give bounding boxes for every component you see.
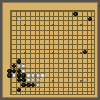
white-stone: ○ (26, 73, 30, 77)
black-stone: ● (21, 73, 25, 77)
white-stone: ○ (36, 78, 40, 82)
white-stone: ○ (21, 64, 25, 68)
black-stone: ● (17, 73, 21, 77)
white-stone: ○ (17, 17, 21, 21)
go-board[interactable]: ●●●●●●●●●●●●●●●●●○○○○○○○○○○○○○○ (0, 0, 100, 100)
white-stone: ○ (36, 83, 40, 87)
black-stone: ● (73, 12, 77, 16)
black-stone: ● (17, 69, 21, 73)
black-stone: ● (12, 64, 16, 68)
black-stone: ● (88, 17, 92, 21)
black-stone: ● (21, 78, 25, 82)
black-stone: ● (83, 50, 87, 54)
white-stone: ○ (21, 69, 25, 73)
black-stone: ● (17, 78, 21, 82)
white-stone: ○ (17, 64, 21, 68)
stone-layer: ●●●●●●●●●●●●●●●●●○○○○○○○○○○○○○○ (7, 7, 97, 97)
black-stone: ● (7, 69, 11, 73)
white-stone: ○ (31, 78, 35, 82)
black-stone: ● (7, 73, 11, 77)
black-stone: ● (21, 83, 25, 87)
white-stone: ○ (31, 73, 35, 77)
white-stone: ○ (36, 73, 40, 77)
black-stone: ● (17, 88, 21, 92)
black-stone: ● (12, 69, 16, 73)
white-stone: ○ (12, 73, 16, 77)
black-stone: ● (17, 59, 21, 63)
black-stone: ● (31, 83, 35, 87)
white-stone: ○ (83, 78, 87, 82)
white-stone: ○ (26, 78, 30, 82)
white-stone: ○ (40, 73, 44, 77)
black-stone: ● (26, 83, 30, 87)
